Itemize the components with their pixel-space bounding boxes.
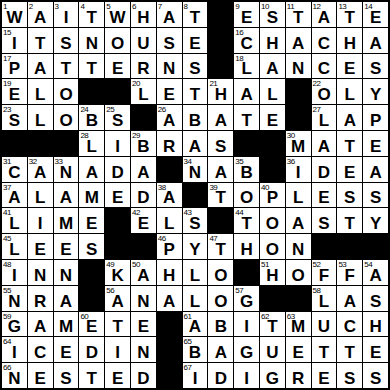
cell-r15c12[interactable]: R — [286, 363, 311, 388]
cell-letter: W — [110, 9, 126, 27]
cell-r6c15[interactable]: E — [363, 131, 388, 156]
cell-r7c4[interactable]: A — [79, 157, 104, 182]
cell-letter: A — [34, 318, 46, 336]
cell-letter: R — [292, 370, 304, 388]
cell-r5c14[interactable]: A — [337, 105, 362, 130]
cell-letter: S — [164, 35, 175, 53]
cell-r8c7[interactable]: 38A — [157, 183, 182, 208]
block-cell-r6c11 — [260, 131, 285, 156]
cell-r5c13[interactable]: 27L — [312, 105, 337, 130]
cell-r7c6[interactable]: A — [131, 157, 156, 182]
cell-letter: E — [60, 241, 71, 259]
cell-r2c12[interactable]: A — [286, 28, 311, 53]
cell-r6c8[interactable]: A — [183, 131, 208, 156]
cell-letter: S — [370, 60, 381, 78]
cell-r15c6[interactable]: D — [131, 363, 156, 388]
cell-letter: T — [319, 344, 329, 362]
clue-number: 58 — [313, 286, 321, 295]
cell-r3c15[interactable]: S — [363, 54, 388, 79]
cell-r14c3[interactable]: E — [54, 337, 79, 362]
cell-letter: E — [86, 215, 97, 233]
cell-r12c8[interactable]: L — [183, 286, 208, 311]
cell-letter: E — [293, 344, 304, 362]
cell-r11c9[interactable]: O — [208, 260, 233, 285]
cell-letter: S — [9, 112, 20, 130]
cell-r2c11[interactable]: H — [260, 28, 285, 53]
cell-r14c1[interactable]: 64I — [2, 337, 27, 362]
block-cell-r3c9 — [208, 54, 233, 79]
cell-r3c4[interactable]: T — [79, 54, 104, 79]
cell-r9c8[interactable]: 43S — [183, 208, 208, 233]
cell-letter: A — [163, 189, 175, 207]
cell-letter: L — [345, 86, 355, 104]
cell-letter: L — [190, 293, 200, 311]
block-cell-r9c9 — [208, 208, 233, 233]
cell-r1c8[interactable]: 8T — [183, 2, 208, 27]
cell-letter: A — [189, 138, 201, 156]
cell-r11c14[interactable]: 53F — [337, 260, 362, 285]
cell-r8c10[interactable]: O — [234, 183, 259, 208]
cell-r13c10[interactable]: I — [234, 312, 259, 337]
cell-letter: T — [267, 318, 277, 336]
clue-number: 18 — [235, 54, 243, 63]
cell-r8c9[interactable]: 39T — [208, 183, 233, 208]
block-cell-r4c12 — [286, 79, 311, 104]
clue-number: 65 — [184, 337, 192, 346]
clue-number: 54 — [364, 260, 372, 269]
cell-r5c7[interactable]: 26A — [157, 105, 182, 130]
cell-r5c10[interactable]: T — [234, 105, 259, 130]
cell-r7c15[interactable]: A — [363, 157, 388, 182]
cell-r11c2[interactable]: N — [28, 260, 53, 285]
cell-r4c7[interactable]: E — [157, 79, 182, 104]
cell-r14c12[interactable]: E — [286, 337, 311, 362]
cell-letter: E — [344, 60, 355, 78]
cell-letter: A — [369, 267, 381, 285]
cell-r7c2[interactable]: 32A — [28, 157, 53, 182]
clue-number: 26 — [158, 105, 166, 114]
cell-r8c13[interactable]: E — [312, 183, 337, 208]
cell-letter: P — [9, 60, 20, 78]
cell-r4c1[interactable]: 19E — [2, 79, 27, 104]
cell-letter: N — [163, 60, 175, 78]
cell-r14c8[interactable]: 65B — [183, 337, 208, 362]
cell-r14c15[interactable]: E — [363, 337, 388, 362]
cell-r7c8[interactable]: 34N — [183, 157, 208, 182]
cell-r15c4[interactable]: T — [79, 363, 104, 388]
cell-r15c13[interactable]: E — [312, 363, 337, 388]
cell-r7c13[interactable]: D — [312, 157, 337, 182]
cell-r13c14[interactable]: C — [337, 312, 362, 337]
cell-letter: T — [216, 241, 226, 259]
cell-letter: T — [241, 215, 251, 233]
cell-r6c13[interactable]: A — [312, 131, 337, 156]
cell-r13c4[interactable]: 60E — [79, 312, 104, 337]
cell-r13c5[interactable]: T — [105, 312, 130, 337]
cell-r11c1[interactable]: 48I — [2, 260, 27, 285]
cell-r8c14[interactable]: S — [337, 183, 362, 208]
cell-r15c11[interactable]: G — [260, 363, 285, 388]
cell-r12c10[interactable]: 57G — [234, 286, 259, 311]
clue-number: 6 — [132, 2, 136, 11]
cell-letter: A — [344, 112, 356, 130]
clue-number: 5 — [106, 2, 110, 11]
cell-r1c6[interactable]: 6H — [131, 2, 156, 27]
cell-r14c10[interactable]: G — [234, 337, 259, 362]
cell-r10c3[interactable]: E — [54, 234, 79, 259]
cell-r15c5[interactable]: E — [105, 363, 130, 388]
cell-letter: A — [292, 35, 304, 53]
cell-r10c7[interactable]: 46P — [157, 234, 182, 259]
cell-r6c4[interactable]: 28L — [79, 131, 104, 156]
cell-r4c3[interactable]: O — [54, 79, 79, 104]
cell-r9c14[interactable]: T — [337, 208, 362, 233]
cell-letter: U — [137, 35, 149, 53]
cell-r13c13[interactable]: U — [312, 312, 337, 337]
clue-number: 38 — [158, 183, 166, 192]
cell-r14c4[interactable]: D — [79, 337, 104, 362]
cell-r4c10[interactable]: A — [234, 79, 259, 104]
cell-r12c15[interactable]: S — [363, 286, 388, 311]
cell-letter: E — [60, 344, 71, 362]
cell-r2c8[interactable]: E — [183, 28, 208, 53]
cell-r12c1[interactable]: 55N — [2, 286, 27, 311]
cell-letter: A — [34, 164, 46, 182]
cell-letter: F — [319, 267, 329, 285]
cell-r10c10[interactable]: H — [234, 234, 259, 259]
cell-r14c11[interactable]: U — [260, 337, 285, 362]
clue-number: 51 — [261, 260, 269, 269]
cell-r3c5[interactable]: E — [105, 54, 130, 79]
cell-letter: L — [9, 241, 19, 259]
cell-letter: P — [267, 189, 278, 207]
clue-number: 30 — [287, 131, 295, 140]
block-cell-r4c5 — [105, 79, 130, 104]
cell-r8c11[interactable]: 40P — [260, 183, 285, 208]
cell-letter: H — [266, 267, 278, 285]
cell-r6c9[interactable]: S — [208, 131, 233, 156]
cell-r11c11[interactable]: 51H — [260, 260, 285, 285]
cell-letter: I — [296, 164, 301, 182]
cell-r5c9[interactable]: A — [208, 105, 233, 130]
cell-r3c12[interactable]: N — [286, 54, 311, 79]
cell-letter: M — [291, 318, 305, 336]
cell-letter: S — [267, 9, 278, 27]
cell-r4c13[interactable]: 22O — [312, 79, 337, 104]
cell-letter: O — [111, 35, 124, 53]
cell-letter: B — [137, 138, 149, 156]
cell-r4c9[interactable]: 21H — [208, 79, 233, 104]
cell-letter: A — [163, 112, 175, 130]
cell-r1c15[interactable]: 14E — [363, 2, 388, 27]
cell-r13c3[interactable]: M — [54, 312, 79, 337]
cell-r4c6[interactable]: 20L — [131, 79, 156, 104]
cell-r12c6[interactable]: N — [131, 286, 156, 311]
cell-r12c7[interactable]: A — [157, 286, 182, 311]
cell-r11c5[interactable]: 49K — [105, 260, 130, 285]
cell-r3c7[interactable]: N — [157, 54, 182, 79]
cell-r1c13[interactable]: 12A — [312, 2, 337, 27]
cell-r5c2[interactable]: L — [28, 105, 53, 130]
cell-r14c13[interactable]: T — [312, 337, 337, 362]
cell-letter: E — [370, 9, 381, 27]
cell-r6c14[interactable]: T — [337, 131, 362, 156]
cell-r10c8[interactable]: Y — [183, 234, 208, 259]
cell-r13c6[interactable]: E — [131, 312, 156, 337]
cell-r12c14[interactable]: A — [337, 286, 362, 311]
cell-r8c2[interactable]: L — [28, 183, 53, 208]
cell-letter: S — [189, 60, 200, 78]
cell-r3c14[interactable]: E — [337, 54, 362, 79]
cell-r2c10[interactable]: 16C — [234, 28, 259, 53]
cell-r1c3[interactable]: 3I — [54, 2, 79, 27]
cell-letter: E — [9, 86, 20, 104]
cell-r15c15[interactable]: S — [363, 363, 388, 388]
cell-r15c14[interactable]: S — [337, 363, 362, 388]
cell-letter: S — [189, 215, 200, 233]
cell-r3c6[interactable]: R — [131, 54, 156, 79]
cell-r6c7[interactable]: R — [157, 131, 182, 156]
cell-r4c11[interactable]: L — [260, 79, 285, 104]
cell-r13c8[interactable]: 61A — [183, 312, 208, 337]
block-cell-r7c11 — [260, 157, 285, 182]
cell-r13c1[interactable]: 59G — [2, 312, 27, 337]
cell-r5c4[interactable]: 24B — [79, 105, 104, 130]
cell-r5c1[interactable]: 23S — [2, 105, 27, 130]
cell-r8c1[interactable]: 37A — [2, 183, 27, 208]
cell-r2c1[interactable]: 15I — [2, 28, 27, 53]
cell-letter: I — [38, 215, 43, 233]
cell-r3c10[interactable]: 18L — [234, 54, 259, 79]
cell-r3c8[interactable]: S — [183, 54, 208, 79]
cell-r2c7[interactable]: S — [157, 28, 182, 53]
cell-letter: A — [318, 9, 330, 27]
cell-letter: B — [240, 164, 252, 182]
cell-r10c2[interactable]: E — [28, 234, 53, 259]
cell-r9c4[interactable]: E — [79, 208, 104, 233]
clue-number: 2 — [29, 2, 33, 11]
cell-r14c14[interactable]: T — [337, 337, 362, 362]
block-cell-r1c9 — [208, 2, 233, 27]
cell-r8c4[interactable]: M — [79, 183, 104, 208]
cell-r12c13[interactable]: 58L — [312, 286, 337, 311]
cell-r12c3[interactable]: A — [54, 286, 79, 311]
cell-letter: L — [241, 60, 251, 78]
clue-number: 17 — [3, 54, 11, 63]
cell-letter: H — [344, 35, 356, 53]
cell-r13c11[interactable]: 62T — [260, 312, 285, 337]
cell-r11c3[interactable]: N — [54, 260, 79, 285]
cell-letter: T — [241, 112, 251, 130]
cell-r11c6[interactable]: 50A — [131, 260, 156, 285]
cell-r6c12[interactable]: 30M — [286, 131, 311, 156]
cell-r5c11[interactable]: E — [260, 105, 285, 130]
cell-r7c9[interactable]: A — [208, 157, 233, 182]
cell-r8c3[interactable]: A — [54, 183, 79, 208]
cell-r1c5[interactable]: 5W — [105, 2, 130, 27]
cell-r12c2[interactable]: R — [28, 286, 53, 311]
block-cell-r14c7 — [157, 337, 182, 362]
cell-r1c7[interactable]: 7A — [157, 2, 182, 27]
cell-letter: H — [163, 267, 175, 285]
cell-r15c8[interactable]: 67I — [183, 363, 208, 388]
cell-letter: S — [112, 112, 123, 130]
clue-number: 55 — [3, 286, 11, 295]
cell-r9c1[interactable]: 41L — [2, 208, 27, 233]
cell-r6c5[interactable]: I — [105, 131, 130, 156]
cell-r7c1[interactable]: 31C — [2, 157, 27, 182]
cell-letter: O — [240, 189, 253, 207]
cell-letter: I — [64, 9, 69, 27]
cell-letter: A — [369, 164, 381, 182]
cell-r4c8[interactable]: T — [183, 79, 208, 104]
cell-letter: B — [215, 318, 227, 336]
cell-letter: E — [318, 189, 329, 207]
cell-r12c9[interactable]: O — [208, 286, 233, 311]
cell-letter: E — [318, 370, 329, 388]
cell-letter: C — [8, 164, 20, 182]
cell-r2c2[interactable]: T — [28, 28, 53, 53]
cell-r2c5[interactable]: O — [105, 28, 130, 53]
block-cell-r6c1 — [2, 131, 27, 156]
cell-r5c3[interactable]: O — [54, 105, 79, 130]
cell-letter: T — [345, 344, 355, 362]
cell-r1c14[interactable]: 13T — [337, 2, 362, 27]
cell-letter: G — [240, 344, 253, 362]
clue-number: 50 — [132, 260, 140, 269]
cell-r15c1[interactable]: 66N — [2, 363, 27, 388]
clue-number: 52 — [313, 260, 321, 269]
cell-r14c5[interactable]: I — [105, 337, 130, 362]
cell-r4c2[interactable]: L — [28, 79, 53, 104]
cell-r13c2[interactable]: A — [28, 312, 53, 337]
cell-letter: E — [35, 370, 46, 388]
block-cell-r5c12 — [286, 105, 311, 130]
cell-letter: H — [369, 318, 381, 336]
cell-r4c14[interactable]: L — [337, 79, 362, 104]
cell-r7c14[interactable]: E — [337, 157, 362, 182]
cell-r2c13[interactable]: C — [312, 28, 337, 53]
cell-r14c2[interactable]: C — [28, 337, 53, 362]
cell-letter: M — [291, 138, 305, 156]
clue-number: 44 — [235, 208, 243, 217]
cell-r9c6[interactable]: 42E — [131, 208, 156, 233]
cell-r14c9[interactable]: A — [208, 337, 233, 362]
cell-r11c7[interactable]: H — [157, 260, 182, 285]
cell-r3c11[interactable]: A — [260, 54, 285, 79]
cell-r1c2[interactable]: 2A — [28, 2, 53, 27]
cell-r9c15[interactable]: Y — [363, 208, 388, 233]
cell-r8c15[interactable]: S — [363, 183, 388, 208]
cell-r9c13[interactable]: S — [312, 208, 337, 233]
cell-r8c6[interactable]: D — [131, 183, 156, 208]
cell-r1c1[interactable]: 1W — [2, 2, 27, 27]
cell-r13c9[interactable]: B — [208, 312, 233, 337]
cell-r7c10[interactable]: 35B — [234, 157, 259, 182]
block-cell-r11c4 — [79, 260, 104, 285]
clue-number: 36 — [287, 157, 295, 166]
cell-r5c15[interactable]: P — [363, 105, 388, 130]
cell-letter: Y — [370, 215, 381, 233]
cell-r11c15[interactable]: 54A — [363, 260, 388, 285]
cell-letter: T — [190, 86, 200, 104]
cell-r15c2[interactable]: E — [28, 363, 53, 388]
cell-letter: E — [370, 138, 381, 156]
cell-r14c6[interactable]: N — [131, 337, 156, 362]
cell-r6c6[interactable]: 29B — [131, 131, 156, 156]
cell-r9c2[interactable]: I — [28, 208, 53, 233]
cell-r8c12[interactable]: L — [286, 183, 311, 208]
cell-r9c3[interactable]: M — [54, 208, 79, 233]
cell-r1c10[interactable]: 9E — [234, 2, 259, 27]
cell-r10c4[interactable]: S — [79, 234, 104, 259]
cell-letter: N — [86, 35, 98, 53]
cell-r11c13[interactable]: 52F — [312, 260, 337, 285]
cell-letter: L — [190, 267, 200, 285]
cell-letter: T — [345, 9, 355, 27]
cell-r7c12[interactable]: 36I — [286, 157, 311, 182]
cell-letter: N — [292, 60, 304, 78]
cell-letter: T — [87, 370, 97, 388]
cell-letter: G — [8, 318, 21, 336]
cell-r3c2[interactable]: A — [28, 54, 53, 79]
cell-r2c6[interactable]: U — [131, 28, 156, 53]
cell-r13c12[interactable]: 63M — [286, 312, 311, 337]
cell-r15c3[interactable]: S — [54, 363, 79, 388]
cell-r11c8[interactable]: L — [183, 260, 208, 285]
cell-r1c4[interactable]: 4T — [79, 2, 104, 27]
cell-r9c7[interactable]: L — [157, 208, 182, 233]
cell-letter: I — [12, 267, 17, 285]
cell-letter: R — [34, 293, 46, 311]
cell-r8c5[interactable]: E — [105, 183, 130, 208]
cell-r9c11[interactable]: O — [260, 208, 285, 233]
cell-r3c3[interactable]: T — [54, 54, 79, 79]
cell-r10c11[interactable]: O — [260, 234, 285, 259]
cell-letter: D — [137, 370, 149, 388]
cell-r9c12[interactable]: A — [286, 208, 311, 233]
clue-number: 12 — [313, 2, 321, 11]
cell-r2c4[interactable]: N — [79, 28, 104, 53]
cell-r1c11[interactable]: 10S — [260, 2, 285, 27]
cell-r12c5[interactable]: 56A — [105, 286, 130, 311]
cell-r2c14[interactable]: H — [337, 28, 362, 53]
block-cell-r15c7 — [157, 363, 182, 388]
cell-letter: E — [241, 9, 252, 27]
cell-r2c15[interactable]: A — [363, 28, 388, 53]
cell-r7c5[interactable]: D — [105, 157, 130, 182]
cell-r7c3[interactable]: 33N — [54, 157, 79, 182]
cell-letter: I — [193, 370, 198, 388]
cell-r4c15[interactable]: Y — [363, 79, 388, 104]
cell-r3c1[interactable]: 17P — [2, 54, 27, 79]
cell-r9c10[interactable]: 44T — [234, 208, 259, 233]
cell-r10c12[interactable]: N — [286, 234, 311, 259]
cell-r2c3[interactable]: S — [54, 28, 79, 53]
cell-r5c8[interactable]: B — [183, 105, 208, 130]
cell-letter: E — [370, 344, 381, 362]
cell-r5c5[interactable]: 25S — [105, 105, 130, 130]
cell-letter: A — [163, 293, 175, 311]
cell-r11c12[interactable]: O — [286, 260, 311, 285]
cell-r1c12[interactable]: 11T — [286, 2, 311, 27]
cell-r13c15[interactable]: H — [363, 312, 388, 337]
cell-r3c13[interactable]: C — [312, 54, 337, 79]
cell-r15c9[interactable]: D — [208, 363, 233, 388]
cell-r10c9[interactable]: 47T — [208, 234, 233, 259]
cell-r10c1[interactable]: 45L — [2, 234, 27, 259]
cell-r15c10[interactable]: I — [234, 363, 259, 388]
